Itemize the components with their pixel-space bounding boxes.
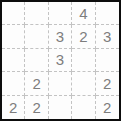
cell-r5c3[interactable] — [49, 96, 72, 119]
clue-number: 2 — [32, 76, 40, 91]
cell-r1c3[interactable] — [49, 2, 72, 25]
cell-r2c2[interactable] — [25, 25, 48, 48]
clue-number: 4 — [79, 6, 87, 21]
clue-number: 3 — [56, 29, 64, 44]
cell-r2c3[interactable]: 3 — [49, 25, 72, 48]
cell-r5c2[interactable]: 2 — [25, 96, 48, 119]
clue-number: 2 — [103, 100, 111, 115]
cell-r2c5[interactable]: 3 — [96, 25, 119, 48]
cell-r1c5[interactable] — [96, 2, 119, 25]
cell-r3c4[interactable] — [72, 49, 95, 72]
cell-r4c3[interactable] — [49, 72, 72, 95]
clue-number: 2 — [79, 29, 87, 44]
clue-number: 2 — [32, 100, 40, 115]
clue-number: 3 — [103, 29, 111, 44]
cell-r3c1[interactable] — [2, 49, 25, 72]
cell-r1c4[interactable]: 4 — [72, 2, 95, 25]
cell-r4c5[interactable]: 2 — [96, 72, 119, 95]
cell-r1c2[interactable] — [25, 2, 48, 25]
cell-r5c4[interactable] — [72, 96, 95, 119]
clue-number: 2 — [9, 100, 17, 115]
cell-r2c4[interactable]: 2 — [72, 25, 95, 48]
cell-r5c5[interactable]: 2 — [96, 96, 119, 119]
cell-r4c4[interactable] — [72, 72, 95, 95]
cell-r3c5[interactable] — [96, 49, 119, 72]
cell-r4c2[interactable]: 2 — [25, 72, 48, 95]
clue-number: 2 — [103, 76, 111, 91]
cell-r5c1[interactable]: 2 — [2, 96, 25, 119]
cell-r4c1[interactable] — [2, 72, 25, 95]
cell-r1c1[interactable] — [2, 2, 25, 25]
cell-r3c3[interactable]: 3 — [49, 49, 72, 72]
puzzle-board: 4323322222 — [0, 0, 121, 121]
cell-r2c1[interactable] — [2, 25, 25, 48]
cell-r3c2[interactable] — [25, 49, 48, 72]
clue-number: 3 — [56, 52, 64, 67]
